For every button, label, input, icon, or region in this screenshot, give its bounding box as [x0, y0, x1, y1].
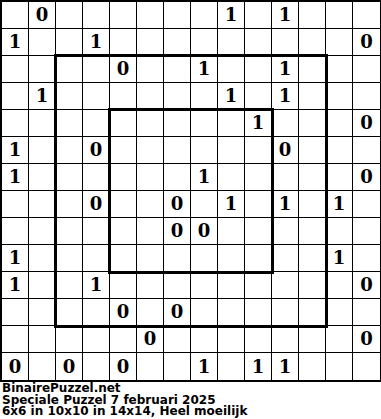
cell-given-r10c13: 0: [353, 272, 380, 299]
cell-empty-r1c10[interactable]: [272, 29, 299, 56]
cell-given-r1c13: 0: [353, 29, 380, 56]
cell-empty-r4c2[interactable]: [56, 110, 83, 137]
cell-given-r3c8: 1: [218, 83, 245, 110]
cell-empty-r2c6[interactable]: [164, 56, 191, 83]
cell-empty-r13c3[interactable]: [83, 353, 110, 380]
cell-empty-r12c8[interactable]: [218, 326, 245, 353]
cell-given-r4c13: 0: [353, 110, 380, 137]
cell-empty-r6c10[interactable]: [272, 164, 299, 191]
cell-empty-r2c5[interactable]: [137, 56, 164, 83]
cell-empty-r6c4[interactable]: [110, 164, 137, 191]
cell-empty-r11c2[interactable]: [56, 299, 83, 326]
cell-empty-r8c10[interactable]: [272, 218, 299, 245]
cell-empty-r9c6[interactable]: [164, 245, 191, 272]
cell-empty-r9c10[interactable]: [272, 245, 299, 272]
cell-given-r4c9: 1: [245, 110, 272, 137]
cell-empty-r10c8[interactable]: [218, 272, 245, 299]
cell-empty-r6c5[interactable]: [137, 164, 164, 191]
cell-empty-r8c2[interactable]: [56, 218, 83, 245]
cell-given-r2c10: 1: [272, 56, 299, 83]
cell-empty-r1c8[interactable]: [218, 29, 245, 56]
cell-given-r6c7: 1: [191, 164, 218, 191]
cell-empty-r1c2[interactable]: [56, 29, 83, 56]
cell-empty-r4c5[interactable]: [137, 110, 164, 137]
puzzle-info: 6x6 in 10x10 in 14x14, Heel moeilijk: [2, 406, 381, 418]
cell-empty-r9c3[interactable]: [83, 245, 110, 272]
cell-empty-r5c5[interactable]: [137, 137, 164, 164]
cell-given-r7c10: 1: [272, 191, 299, 218]
cell-empty-r10c1[interactable]: [29, 272, 56, 299]
cell-empty-r11c5[interactable]: [137, 299, 164, 326]
cell-empty-r5c13[interactable]: [353, 137, 380, 164]
cell-empty-r4c4[interactable]: [110, 110, 137, 137]
cell-empty-r9c2[interactable]: [56, 245, 83, 272]
cell-empty-r13c8[interactable]: [218, 353, 245, 380]
cell-empty-r9c11[interactable]: [299, 245, 326, 272]
cell-empty-r2c1[interactable]: [29, 56, 56, 83]
cell-empty-r4c6[interactable]: [164, 110, 191, 137]
cell-empty-r7c7[interactable]: [191, 191, 218, 218]
cell-empty-r12c2[interactable]: [56, 326, 83, 353]
cell-empty-r1c7[interactable]: [191, 29, 218, 56]
cell-empty-r9c8[interactable]: [218, 245, 245, 272]
cell-empty-r0c5[interactable]: [137, 2, 164, 29]
cell-given-r10c0: 1: [2, 272, 29, 299]
cell-empty-r13c6[interactable]: [164, 353, 191, 380]
cell-empty-r4c7[interactable]: [191, 110, 218, 137]
cell-empty-r7c5[interactable]: [137, 191, 164, 218]
cell-empty-r4c10[interactable]: [272, 110, 299, 137]
cell-empty-r0c7[interactable]: [191, 2, 218, 29]
cell-empty-r6c12[interactable]: [326, 164, 353, 191]
cell-empty-r4c11[interactable]: [299, 110, 326, 137]
cell-empty-r10c4[interactable]: [110, 272, 137, 299]
cell-empty-r13c12[interactable]: [326, 353, 353, 380]
cell-given-r0c8: 1: [218, 2, 245, 29]
cell-empty-r9c13[interactable]: [353, 245, 380, 272]
cell-given-r2c7: 1: [191, 56, 218, 83]
cell-empty-r11c1[interactable]: [29, 299, 56, 326]
cell-given-r11c6: 0: [164, 299, 191, 326]
cell-empty-r12c3[interactable]: [83, 326, 110, 353]
cell-empty-r7c0[interactable]: [2, 191, 29, 218]
cell-empty-r3c11[interactable]: [299, 83, 326, 110]
cell-given-r1c3: 1: [83, 29, 110, 56]
cell-empty-r8c0[interactable]: [2, 218, 29, 245]
cell-empty-r10c10[interactable]: [272, 272, 299, 299]
cell-given-r7c8: 1: [218, 191, 245, 218]
cell-empty-r13c11[interactable]: [299, 353, 326, 380]
cell-empty-r8c5[interactable]: [137, 218, 164, 245]
cell-empty-r12c7[interactable]: [191, 326, 218, 353]
cell-given-r5c0: 1: [2, 137, 29, 164]
cell-given-r9c12: 1: [326, 245, 353, 272]
cell-empty-r0c0[interactable]: [2, 2, 29, 29]
cell-empty-r13c5[interactable]: [137, 353, 164, 380]
cell-empty-r5c2[interactable]: [56, 137, 83, 164]
cell-given-r13c7: 1: [191, 353, 218, 380]
cell-empty-r8c13[interactable]: [353, 218, 380, 245]
cell-empty-r3c4[interactable]: [110, 83, 137, 110]
cell-empty-r11c8[interactable]: [218, 299, 245, 326]
cell-empty-r5c7[interactable]: [191, 137, 218, 164]
cell-given-r13c0: 0: [2, 353, 29, 380]
cell-empty-r11c10[interactable]: [272, 299, 299, 326]
cell-empty-r2c9[interactable]: [245, 56, 272, 83]
cell-empty-r10c9[interactable]: [245, 272, 272, 299]
cell-given-r7c3: 0: [83, 191, 110, 218]
cell-empty-r12c0[interactable]: [2, 326, 29, 353]
cell-given-r1c0: 1: [2, 29, 29, 56]
cell-empty-r6c11[interactable]: [299, 164, 326, 191]
cell-empty-r1c4[interactable]: [110, 29, 137, 56]
cell-empty-r2c12[interactable]: [326, 56, 353, 83]
cell-empty-r2c3[interactable]: [83, 56, 110, 83]
cell-empty-r2c0[interactable]: [2, 56, 29, 83]
cell-empty-r11c9[interactable]: [245, 299, 272, 326]
cell-empty-r12c12[interactable]: [326, 326, 353, 353]
cell-empty-r3c3[interactable]: [83, 83, 110, 110]
cell-empty-r3c0[interactable]: [2, 83, 29, 110]
cell-empty-r3c13[interactable]: [353, 83, 380, 110]
cell-empty-r9c5[interactable]: [137, 245, 164, 272]
cell-empty-r11c11[interactable]: [299, 299, 326, 326]
cell-empty-r9c9[interactable]: [245, 245, 272, 272]
cell-given-r7c6: 0: [164, 191, 191, 218]
cell-empty-r7c1[interactable]: [29, 191, 56, 218]
cell-empty-r5c12[interactable]: [326, 137, 353, 164]
cell-empty-r10c5[interactable]: [137, 272, 164, 299]
cell-given-r6c0: 1: [2, 164, 29, 191]
cell-empty-r10c2[interactable]: [56, 272, 83, 299]
cell-empty-r6c1[interactable]: [29, 164, 56, 191]
cell-empty-r7c2[interactable]: [56, 191, 83, 218]
cell-empty-r4c8[interactable]: [218, 110, 245, 137]
cell-given-r13c2: 0: [56, 353, 83, 380]
cell-given-r13c9: 1: [245, 353, 272, 380]
cell-given-r3c10: 1: [272, 83, 299, 110]
cell-given-r0c10: 1: [272, 2, 299, 29]
cell-empty-r4c0[interactable]: [2, 110, 29, 137]
cell-empty-r11c7[interactable]: [191, 299, 218, 326]
cell-given-r3c1: 1: [29, 83, 56, 110]
cell-empty-r0c13[interactable]: [353, 2, 380, 29]
cell-empty-r3c2[interactable]: [56, 83, 83, 110]
cell-empty-r10c6[interactable]: [164, 272, 191, 299]
cell-empty-r8c12[interactable]: [326, 218, 353, 245]
cell-given-r13c10: 1: [272, 353, 299, 380]
cell-given-r6c13: 0: [353, 164, 380, 191]
cell-empty-r10c7[interactable]: [191, 272, 218, 299]
cell-empty-r2c13[interactable]: [353, 56, 380, 83]
cell-empty-r12c4[interactable]: [110, 326, 137, 353]
cell-given-r8c7: 0: [191, 218, 218, 245]
cell-empty-r0c6[interactable]: [164, 2, 191, 29]
cell-empty-r0c3[interactable]: [83, 2, 110, 29]
cell-given-r2c4: 0: [110, 56, 137, 83]
cell-empty-r3c6[interactable]: [164, 83, 191, 110]
cell-empty-r1c9[interactable]: [245, 29, 272, 56]
cell-empty-r5c6[interactable]: [164, 137, 191, 164]
cell-empty-r8c1[interactable]: [29, 218, 56, 245]
cell-empty-r5c8[interactable]: [218, 137, 245, 164]
cell-empty-r2c2[interactable]: [56, 56, 83, 83]
cell-empty-r9c1[interactable]: [29, 245, 56, 272]
cell-given-r11c4: 0: [110, 299, 137, 326]
cell-empty-r12c1[interactable]: [29, 326, 56, 353]
cell-empty-r6c8[interactable]: [218, 164, 245, 191]
cell-given-r0c1: 0: [29, 2, 56, 29]
cell-empty-r2c11[interactable]: [299, 56, 326, 83]
cell-empty-r9c4[interactable]: [110, 245, 137, 272]
cell-empty-r11c12[interactable]: [326, 299, 353, 326]
cell-empty-r6c9[interactable]: [245, 164, 272, 191]
cell-empty-r7c9[interactable]: [245, 191, 272, 218]
cell-empty-r12c6[interactable]: [164, 326, 191, 353]
cell-given-r9c0: 1: [2, 245, 29, 272]
cell-given-r12c13: 0: [353, 326, 380, 353]
cell-given-r5c10: 0: [272, 137, 299, 164]
cell-empty-r1c5[interactable]: [137, 29, 164, 56]
cell-empty-r7c13[interactable]: [353, 191, 380, 218]
cell-empty-r8c11[interactable]: [299, 218, 326, 245]
cell-empty-r0c4[interactable]: [110, 2, 137, 29]
footer: BinairePuzzel.net Speciale Puzzel 7 febr…: [0, 382, 381, 418]
cell-empty-r5c1[interactable]: [29, 137, 56, 164]
cell-empty-r8c4[interactable]: [110, 218, 137, 245]
cell-empty-r11c3[interactable]: [83, 299, 110, 326]
binary-puzzle-board: 0111100111111010011000111001111000000001…: [0, 0, 381, 382]
cell-given-r10c3: 1: [83, 272, 110, 299]
cell-empty-r0c12[interactable]: [326, 2, 353, 29]
cell-empty-r11c13[interactable]: [353, 299, 380, 326]
cell-empty-r2c8[interactable]: [218, 56, 245, 83]
cell-empty-r3c12[interactable]: [326, 83, 353, 110]
cell-empty-r10c12[interactable]: [326, 272, 353, 299]
cell-empty-r0c11[interactable]: [299, 2, 326, 29]
cell-empty-r5c9[interactable]: [245, 137, 272, 164]
cell-empty-r4c3[interactable]: [83, 110, 110, 137]
cell-empty-r13c1[interactable]: [29, 353, 56, 380]
cell-empty-r10c11[interactable]: [299, 272, 326, 299]
cell-empty-r7c11[interactable]: [299, 191, 326, 218]
cell-empty-r8c3[interactable]: [83, 218, 110, 245]
cell-empty-r3c9[interactable]: [245, 83, 272, 110]
cell-empty-r1c11[interactable]: [299, 29, 326, 56]
cell-empty-r9c7[interactable]: [191, 245, 218, 272]
cell-given-r8c6: 0: [164, 218, 191, 245]
cell-empty-r11c0[interactable]: [2, 299, 29, 326]
cell-empty-r0c2[interactable]: [56, 2, 83, 29]
cell-given-r7c12: 1: [326, 191, 353, 218]
cell-empty-r3c5[interactable]: [137, 83, 164, 110]
cell-empty-r8c9[interactable]: [245, 218, 272, 245]
cell-empty-r6c2[interactable]: [56, 164, 83, 191]
cell-empty-r4c12[interactable]: [326, 110, 353, 137]
cell-empty-r12c11[interactable]: [299, 326, 326, 353]
cell-empty-r12c9[interactable]: [245, 326, 272, 353]
cell-empty-r8c8[interactable]: [218, 218, 245, 245]
cell-empty-r1c6[interactable]: [164, 29, 191, 56]
cell-empty-r0c9[interactable]: [245, 2, 272, 29]
cell-empty-r3c7[interactable]: [191, 83, 218, 110]
cell-empty-r4c1[interactable]: [29, 110, 56, 137]
cell-empty-r6c3[interactable]: [83, 164, 110, 191]
cell-empty-r6c6[interactable]: [164, 164, 191, 191]
cell-empty-r13c13[interactable]: [353, 353, 380, 380]
cell-empty-r7c4[interactable]: [110, 191, 137, 218]
cell-given-r5c3: 0: [83, 137, 110, 164]
cell-given-r13c4: 0: [110, 353, 137, 380]
cell-empty-r1c1[interactable]: [29, 29, 56, 56]
cell-empty-r5c11[interactable]: [299, 137, 326, 164]
cell-empty-r1c12[interactable]: [326, 29, 353, 56]
cell-given-r12c5: 0: [137, 326, 164, 353]
cell-empty-r5c4[interactable]: [110, 137, 137, 164]
cell-empty-r12c10[interactable]: [272, 326, 299, 353]
